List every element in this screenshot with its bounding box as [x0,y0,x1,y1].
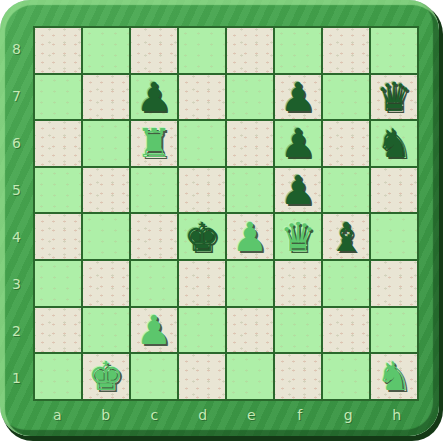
square-c8[interactable] [131,28,177,73]
rank-label-5: 5 [12,182,21,198]
square-h2[interactable] [371,308,417,353]
square-d6[interactable] [179,121,225,166]
square-e4[interactable]: ♟ [227,214,273,259]
file-label-h: h [392,407,401,423]
square-f2[interactable] [275,308,321,353]
square-d5[interactable] [179,168,225,213]
square-e6[interactable] [227,121,273,166]
square-c5[interactable] [131,168,177,213]
file-label-f: f [297,407,302,423]
square-a5[interactable] [35,168,81,213]
black-king-d4[interactable]: ♚ [184,215,220,259]
black-pawn-f6[interactable]: ♟ [280,121,316,165]
square-h3[interactable] [371,261,417,306]
file-label-c: c [150,407,158,423]
chess-app-window: 87654321 ♟♟♛♜♟♞♟♚♟♛♝♟♚♞ abcdefgh [0,0,444,442]
square-a2[interactable] [35,308,81,353]
rank-label-3: 3 [12,276,21,292]
square-h5[interactable] [371,168,417,213]
square-f8[interactable] [275,28,321,73]
white-pawn-e4[interactable]: ♟ [232,215,268,259]
black-queen-h7[interactable]: ♛ [376,75,412,119]
square-b7[interactable] [83,75,129,120]
square-f5[interactable]: ♟ [275,168,321,213]
file-label-b: b [101,407,110,423]
square-d1[interactable] [179,354,225,399]
square-h7[interactable]: ♛ [371,75,417,120]
square-f4[interactable]: ♛ [275,214,321,259]
white-rook-c6[interactable]: ♜ [136,121,172,165]
file-labels: abcdefgh [33,401,421,429]
square-a7[interactable] [35,75,81,120]
square-d8[interactable] [179,28,225,73]
square-d2[interactable] [179,308,225,353]
file-label-d: d [198,407,207,423]
black-pawn-f5[interactable]: ♟ [280,168,316,212]
square-g3[interactable] [323,261,369,306]
square-h8[interactable] [371,28,417,73]
square-h4[interactable] [371,214,417,259]
square-g8[interactable] [323,28,369,73]
square-c7[interactable]: ♟ [131,75,177,120]
square-a8[interactable] [35,28,81,73]
square-g1[interactable] [323,354,369,399]
square-g4[interactable]: ♝ [323,214,369,259]
square-c2[interactable]: ♟ [131,308,177,353]
square-g2[interactable] [323,308,369,353]
square-b8[interactable] [83,28,129,73]
rank-label-7: 7 [12,88,21,104]
file-label-g: g [344,407,353,423]
white-king-b1[interactable]: ♚ [88,354,124,398]
square-a4[interactable] [35,214,81,259]
square-d7[interactable] [179,75,225,120]
square-b5[interactable] [83,168,129,213]
square-d4[interactable]: ♚ [179,214,225,259]
square-h1[interactable]: ♞ [371,354,417,399]
square-h6[interactable]: ♞ [371,121,417,166]
rank-label-1: 1 [12,370,21,386]
square-e5[interactable] [227,168,273,213]
rank-label-2: 2 [12,323,21,339]
square-g5[interactable] [323,168,369,213]
square-c6[interactable]: ♜ [131,121,177,166]
square-f6[interactable]: ♟ [275,121,321,166]
square-e8[interactable] [227,28,273,73]
white-queen-f4[interactable]: ♛ [280,215,316,259]
square-g7[interactable] [323,75,369,120]
white-pawn-c2[interactable]: ♟ [136,308,172,352]
black-knight-h6[interactable]: ♞ [376,121,412,165]
square-f3[interactable] [275,261,321,306]
square-e2[interactable] [227,308,273,353]
square-c1[interactable] [131,354,177,399]
white-knight-h1[interactable]: ♞ [376,354,412,398]
black-pawn-f7[interactable]: ♟ [280,75,316,119]
square-c3[interactable] [131,261,177,306]
square-c4[interactable] [131,214,177,259]
square-b1[interactable]: ♚ [83,354,129,399]
rank-labels: 87654321 [0,26,33,401]
square-f1[interactable] [275,354,321,399]
square-b3[interactable] [83,261,129,306]
square-b6[interactable] [83,121,129,166]
square-e7[interactable] [227,75,273,120]
square-b4[interactable] [83,214,129,259]
rank-label-6: 6 [12,135,21,151]
square-f7[interactable]: ♟ [275,75,321,120]
square-d3[interactable] [179,261,225,306]
black-bishop-g4[interactable]: ♝ [328,215,364,259]
square-g6[interactable] [323,121,369,166]
rank-label-4: 4 [12,229,21,245]
square-a1[interactable] [35,354,81,399]
square-e1[interactable] [227,354,273,399]
square-b2[interactable] [83,308,129,353]
file-label-e: e [247,407,256,423]
square-a6[interactable] [35,121,81,166]
rank-label-8: 8 [12,41,21,57]
square-e3[interactable] [227,261,273,306]
black-pawn-c7[interactable]: ♟ [136,75,172,119]
square-a3[interactable] [35,261,81,306]
file-label-a: a [53,407,62,423]
chess-board[interactable]: ♟♟♛♜♟♞♟♚♟♛♝♟♚♞ [33,26,419,401]
